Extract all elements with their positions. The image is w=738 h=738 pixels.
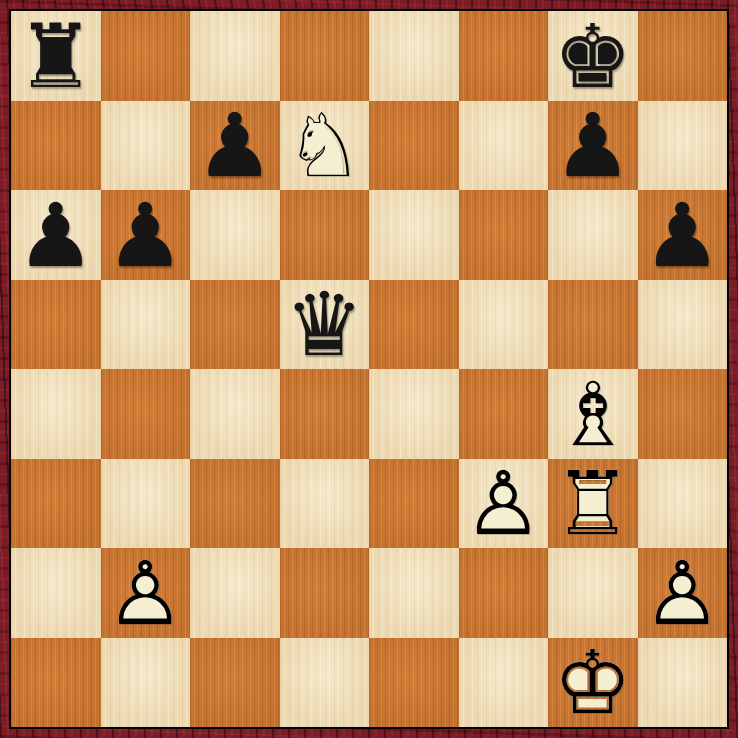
- piece-white-king[interactable]: ♚♔: [548, 638, 638, 728]
- square-a3[interactable]: [11, 459, 101, 549]
- chess-board: ♜♚♟♞♘♟♟♟♟♛♝♗♟♙♜♖♟♙♟♙♚♔: [9, 9, 729, 729]
- piece-white-pawn[interactable]: ♟♙: [459, 459, 549, 549]
- white-bishop-glyph-outline: ♗: [548, 370, 638, 459]
- square-g5[interactable]: [548, 280, 638, 370]
- square-c3[interactable]: [190, 459, 280, 549]
- black-pawn-glyph-fill: ♟: [548, 102, 638, 191]
- square-a7[interactable]: [11, 101, 101, 191]
- square-c7[interactable]: ♟: [190, 101, 280, 191]
- piece-white-pawn[interactable]: ♟♙: [638, 548, 728, 638]
- black-pawn-glyph-fill: ♟: [190, 102, 280, 191]
- square-a2[interactable]: [11, 548, 101, 638]
- square-g8[interactable]: ♚: [548, 11, 638, 101]
- square-f7[interactable]: [459, 101, 549, 191]
- square-g6[interactable]: [548, 190, 638, 280]
- square-a4[interactable]: [11, 369, 101, 459]
- piece-black-rook[interactable]: ♜: [11, 11, 101, 101]
- square-a5[interactable]: [11, 280, 101, 370]
- square-d5[interactable]: ♛: [280, 280, 370, 370]
- piece-black-pawn[interactable]: ♟: [548, 101, 638, 191]
- white-rook-glyph-outline: ♖: [548, 460, 638, 549]
- square-f5[interactable]: [459, 280, 549, 370]
- square-c2[interactable]: [190, 548, 280, 638]
- square-c4[interactable]: [190, 369, 280, 459]
- square-a1[interactable]: [11, 638, 101, 728]
- square-h3[interactable]: [638, 459, 728, 549]
- square-e6[interactable]: [369, 190, 459, 280]
- piece-white-bishop[interactable]: ♝♗: [548, 369, 638, 459]
- white-pawn-glyph-outline: ♙: [638, 549, 728, 638]
- square-d2[interactable]: [280, 548, 370, 638]
- square-c6[interactable]: [190, 190, 280, 280]
- white-pawn-glyph-outline: ♙: [459, 460, 549, 549]
- square-b1[interactable]: [101, 638, 191, 728]
- square-g2[interactable]: [548, 548, 638, 638]
- black-pawn-glyph-fill: ♟: [101, 191, 191, 280]
- black-pawn-glyph-fill: ♟: [11, 191, 101, 280]
- square-e8[interactable]: [369, 11, 459, 101]
- square-b5[interactable]: [101, 280, 191, 370]
- square-c1[interactable]: [190, 638, 280, 728]
- piece-white-pawn[interactable]: ♟♙: [101, 548, 191, 638]
- square-h2[interactable]: ♟♙: [638, 548, 728, 638]
- piece-white-rook[interactable]: ♜♖: [548, 459, 638, 549]
- square-h5[interactable]: [638, 280, 728, 370]
- square-e5[interactable]: [369, 280, 459, 370]
- square-g4[interactable]: ♝♗: [548, 369, 638, 459]
- square-b3[interactable]: [101, 459, 191, 549]
- square-g1[interactable]: ♚♔: [548, 638, 638, 728]
- square-f2[interactable]: [459, 548, 549, 638]
- square-f6[interactable]: [459, 190, 549, 280]
- piece-black-queen[interactable]: ♛: [280, 280, 370, 370]
- square-g3[interactable]: ♜♖: [548, 459, 638, 549]
- piece-black-pawn[interactable]: ♟: [11, 190, 101, 280]
- square-b8[interactable]: [101, 11, 191, 101]
- square-e7[interactable]: [369, 101, 459, 191]
- square-f8[interactable]: [459, 11, 549, 101]
- black-rook-glyph-fill: ♜: [11, 12, 101, 101]
- square-h6[interactable]: ♟: [638, 190, 728, 280]
- square-h4[interactable]: [638, 369, 728, 459]
- square-e3[interactable]: [369, 459, 459, 549]
- piece-black-king[interactable]: ♚: [548, 11, 638, 101]
- square-f3[interactable]: ♟♙: [459, 459, 549, 549]
- square-g7[interactable]: ♟: [548, 101, 638, 191]
- square-d6[interactable]: [280, 190, 370, 280]
- white-knight-glyph-outline: ♘: [280, 102, 370, 191]
- square-a8[interactable]: ♜: [11, 11, 101, 101]
- black-queen-glyph-fill: ♛: [280, 281, 370, 370]
- piece-white-knight[interactable]: ♞♘: [280, 101, 370, 191]
- square-e2[interactable]: [369, 548, 459, 638]
- square-a6[interactable]: ♟: [11, 190, 101, 280]
- white-pawn-glyph-outline: ♙: [101, 549, 191, 638]
- square-b4[interactable]: [101, 369, 191, 459]
- piece-black-pawn[interactable]: ♟: [638, 190, 728, 280]
- white-king-glyph-outline: ♔: [548, 639, 638, 728]
- board-frame: ♜♚♟♞♘♟♟♟♟♛♝♗♟♙♜♖♟♙♟♙♚♔: [0, 0, 738, 738]
- square-d1[interactable]: [280, 638, 370, 728]
- square-f1[interactable]: [459, 638, 549, 728]
- black-king-glyph-fill: ♚: [548, 12, 638, 101]
- square-c8[interactable]: [190, 11, 280, 101]
- square-f4[interactable]: [459, 369, 549, 459]
- square-b2[interactable]: ♟♙: [101, 548, 191, 638]
- square-b6[interactable]: ♟: [101, 190, 191, 280]
- square-d8[interactable]: [280, 11, 370, 101]
- piece-black-pawn[interactable]: ♟: [101, 190, 191, 280]
- square-h8[interactable]: [638, 11, 728, 101]
- square-b7[interactable]: [101, 101, 191, 191]
- square-h7[interactable]: [638, 101, 728, 191]
- black-pawn-glyph-fill: ♟: [638, 191, 728, 280]
- square-c5[interactable]: [190, 280, 280, 370]
- square-e1[interactable]: [369, 638, 459, 728]
- square-e4[interactable]: [369, 369, 459, 459]
- square-d4[interactable]: [280, 369, 370, 459]
- square-d3[interactable]: [280, 459, 370, 549]
- square-h1[interactable]: [638, 638, 728, 728]
- square-d7[interactable]: ♞♘: [280, 101, 370, 191]
- piece-black-pawn[interactable]: ♟: [190, 101, 280, 191]
